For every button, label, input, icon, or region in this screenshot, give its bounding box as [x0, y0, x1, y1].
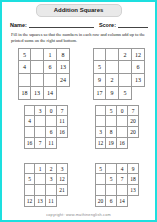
- given-cell: 3: [46, 174, 57, 185]
- empty-cell[interactable]: [119, 74, 132, 87]
- col-sum-cell: 11: [46, 196, 57, 207]
- given-cell: 5: [95, 163, 106, 174]
- given-cell: 6: [46, 127, 57, 138]
- corner-blank: [128, 196, 139, 207]
- given-cell: 4: [117, 163, 128, 174]
- row-sum-cell: 3: [57, 163, 68, 174]
- col-sum-cell: 11: [46, 138, 57, 149]
- empty-cell[interactable]: [95, 116, 106, 127]
- col-sum-cell: 5: [119, 87, 132, 100]
- empty-cell[interactable]: [18, 74, 31, 87]
- empty-cell[interactable]: [95, 174, 106, 185]
- row-sum-cell: 21: [57, 185, 68, 196]
- row-sum-cell: 7: [57, 105, 68, 116]
- empty-cell[interactable]: [95, 185, 106, 196]
- empty-cell[interactable]: [31, 61, 44, 74]
- given-cell: 1: [35, 163, 46, 174]
- addition-square-3: 30741161616711: [24, 105, 68, 149]
- given-cell: 5: [24, 174, 35, 185]
- empty-cell[interactable]: [106, 48, 119, 61]
- name-score-row: Name: Score:: [10, 21, 148, 28]
- given-cell: 0: [46, 105, 57, 116]
- addition-square-6: 54957181320614: [95, 163, 139, 207]
- row-sum-cell: 12: [132, 48, 145, 61]
- empty-cell[interactable]: [35, 116, 46, 127]
- given-cell: 5: [106, 105, 117, 116]
- given-cell: 3: [35, 105, 46, 116]
- col-sum-cell: 13: [31, 87, 44, 100]
- title-banner: Addition Squares: [36, 4, 122, 17]
- given-cell: 6: [44, 61, 57, 74]
- addition-square-4: 507203820121916: [95, 105, 139, 149]
- given-cell: 8: [106, 127, 117, 138]
- empty-cell[interactable]: [31, 74, 44, 87]
- col-sum-cell: 17: [93, 87, 106, 100]
- addition-square-2: 2125692131795: [93, 48, 145, 100]
- given-cell: 4: [18, 61, 31, 74]
- empty-cell[interactable]: [117, 127, 128, 138]
- empty-cell[interactable]: [93, 48, 106, 61]
- empty-cell[interactable]: [46, 185, 57, 196]
- name-field[interactable]: [29, 21, 94, 28]
- col-sum-cell: 7: [35, 138, 46, 149]
- empty-cell[interactable]: [106, 163, 117, 174]
- empty-cell[interactable]: [24, 185, 35, 196]
- row-sum-cell: 6: [132, 61, 145, 74]
- given-cell: 2: [46, 163, 57, 174]
- col-sum-cell: 18: [18, 87, 31, 100]
- given-cell: 2: [119, 48, 132, 61]
- addition-square-5: 123531221121311: [24, 163, 68, 207]
- empty-cell[interactable]: [31, 48, 44, 61]
- empty-cell[interactable]: [106, 185, 117, 196]
- col-sum-cell: 13: [35, 196, 46, 207]
- given-cell: 5: [18, 48, 31, 61]
- row-sum-cell: 13: [57, 61, 70, 74]
- score-label: Score:: [99, 22, 116, 28]
- row-sum-cell: 20: [128, 116, 139, 127]
- col-sum-cell: 14: [117, 196, 128, 207]
- row-sum-cell: 11: [57, 116, 68, 127]
- given-cell: 7: [117, 174, 128, 185]
- empty-cell[interactable]: [119, 61, 132, 74]
- col-sum-cell: 6: [106, 196, 117, 207]
- empty-cell[interactable]: [24, 163, 35, 174]
- row-sum-cell: 24: [57, 74, 70, 87]
- corner-blank: [128, 138, 139, 149]
- empty-cell[interactable]: [95, 105, 106, 116]
- page-title: Addition Squares: [54, 7, 104, 13]
- col-sum-cell: 16: [117, 138, 128, 149]
- empty-cell[interactable]: [106, 61, 119, 74]
- worksheet-page: Addition Squares Name: Score: Fill in th…: [0, 0, 157, 222]
- given-cell: 9: [93, 74, 106, 87]
- empty-cell[interactable]: [24, 127, 35, 138]
- row-sum-cell: 18: [128, 174, 139, 185]
- corner-blank: [57, 87, 70, 100]
- empty-cell[interactable]: [24, 105, 35, 116]
- row-sum-cell: 20: [128, 127, 139, 138]
- row-sum-cell: 8: [57, 48, 70, 61]
- row-sum-cell: 16: [57, 127, 68, 138]
- col-sum-cell: 12: [24, 196, 35, 207]
- empty-cell[interactable]: [35, 185, 46, 196]
- corner-blank: [57, 138, 68, 149]
- name-label: Name:: [10, 22, 27, 28]
- addition-square-1: 518461324181314: [18, 48, 70, 100]
- given-cell: 0: [117, 105, 128, 116]
- corner-blank: [132, 87, 145, 100]
- empty-cell[interactable]: [46, 116, 57, 127]
- col-sum-cell: 19: [106, 138, 117, 149]
- empty-cell[interactable]: [117, 116, 128, 127]
- empty-cell[interactable]: [117, 185, 128, 196]
- row-sum-cell: 13: [128, 185, 139, 196]
- row-sum-cell: 12: [57, 174, 68, 185]
- row-sum-cell: 13: [132, 74, 145, 87]
- col-sum-cell: 14: [44, 87, 57, 100]
- row-sum-cell: 9: [128, 163, 139, 174]
- given-cell: 4: [24, 116, 35, 127]
- given-cell: 5: [93, 61, 106, 74]
- instructions-text: Fill in the squares so that the numbers …: [11, 32, 151, 44]
- empty-cell[interactable]: [106, 116, 117, 127]
- empty-cell[interactable]: [44, 74, 57, 87]
- col-sum-cell: 16: [24, 138, 35, 149]
- copyright-text: copyright: www.mathinenglish.com: [2, 213, 155, 217]
- given-cell: 5: [106, 174, 117, 185]
- given-cell: 2: [106, 74, 119, 87]
- col-sum-cell: 9: [106, 87, 119, 100]
- score-field[interactable]: [118, 21, 148, 28]
- empty-cell[interactable]: [35, 174, 46, 185]
- row-sum-cell: 7: [128, 105, 139, 116]
- given-cell: 1: [44, 48, 57, 61]
- empty-cell[interactable]: [35, 127, 46, 138]
- given-cell: 3: [95, 127, 106, 138]
- col-sum-cell: 12: [95, 138, 106, 149]
- col-sum-cell: 20: [95, 196, 106, 207]
- corner-blank: [57, 196, 68, 207]
